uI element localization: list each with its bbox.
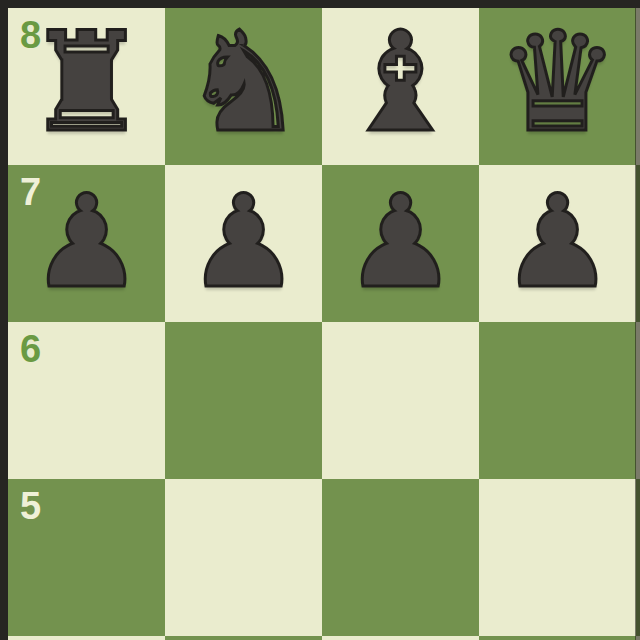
square-c5[interactable]: [322, 479, 479, 636]
black-bishop[interactable]: ♝: [339, 8, 463, 161]
square-a7[interactable]: 7♟: [8, 165, 165, 322]
square-d5[interactable]: [479, 479, 636, 636]
black-pawn[interactable]: ♟: [29, 163, 144, 320]
square-b8[interactable]: ♞: [165, 8, 322, 165]
board-grid: 8♜♞♝♛7♟♟♟♟65: [8, 8, 640, 640]
square-d4[interactable]: [479, 636, 636, 640]
square-c8[interactable]: ♝: [322, 8, 479, 165]
square-e7[interactable]: [636, 165, 640, 322]
square-c7[interactable]: ♟: [322, 165, 479, 322]
square-d8[interactable]: ♛: [479, 8, 636, 165]
rank-label-6: 6: [20, 330, 41, 368]
square-a8[interactable]: 8♜: [8, 8, 165, 165]
square-e8[interactable]: [636, 8, 640, 165]
black-knight[interactable]: ♞: [182, 8, 306, 161]
square-a6[interactable]: 6: [8, 322, 165, 479]
square-c6[interactable]: [322, 322, 479, 479]
black-pawn[interactable]: ♟: [500, 163, 615, 320]
black-rook[interactable]: ♜: [25, 8, 149, 161]
square-b4[interactable]: [165, 636, 322, 640]
black-queen[interactable]: ♛: [496, 8, 620, 161]
chess-board: 8♜♞♝♛7♟♟♟♟65: [8, 8, 640, 640]
chess-app-background: 8♜♞♝♛7♟♟♟♟65: [0, 0, 640, 640]
square-d6[interactable]: [479, 322, 636, 479]
square-d7[interactable]: ♟: [479, 165, 636, 322]
rank-label-5: 5: [20, 487, 41, 525]
square-c4[interactable]: [322, 636, 479, 640]
square-e5[interactable]: [636, 479, 640, 636]
square-b6[interactable]: [165, 322, 322, 479]
square-b7[interactable]: ♟: [165, 165, 322, 322]
square-e6[interactable]: [636, 322, 640, 479]
square-a4[interactable]: [8, 636, 165, 640]
black-pawn[interactable]: ♟: [343, 163, 458, 320]
square-e4[interactable]: [636, 636, 640, 640]
square-a5[interactable]: 5: [8, 479, 165, 636]
black-pawn[interactable]: ♟: [186, 163, 301, 320]
square-b5[interactable]: [165, 479, 322, 636]
